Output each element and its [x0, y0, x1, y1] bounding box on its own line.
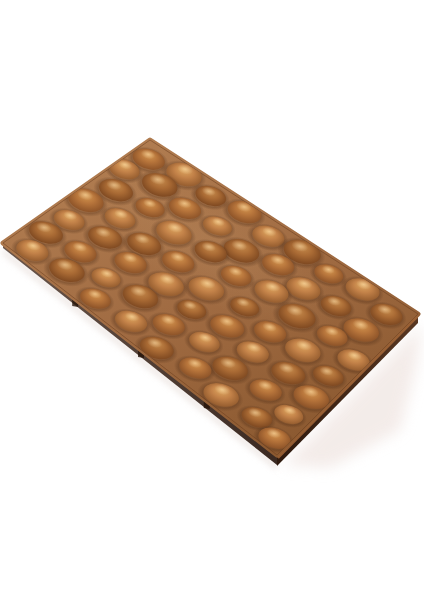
product-photo: Milk chocolate bar with whole hazelnuts … — [0, 0, 424, 600]
photo-canvas: Milk chocolate bar with whole hazelnuts … — [0, 0, 424, 600]
chocolate-bar-photo — [0, 0, 424, 600]
